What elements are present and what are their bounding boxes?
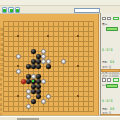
black-stone[interactable] (26, 79, 31, 84)
black-stone[interactable] (36, 79, 41, 84)
black-stone[interactable] (36, 54, 41, 59)
new-game-button-icon (3, 9, 6, 12)
progress-bar (101, 69, 120, 72)
white-stone[interactable] (41, 49, 46, 54)
white-stone[interactable] (31, 74, 36, 79)
go-board[interactable]: 1234567891011121314151617181919181716151… (0, 14, 99, 116)
black-stone[interactable] (36, 89, 41, 94)
white-stone[interactable] (41, 59, 46, 64)
stop-button[interactable] (15, 7, 21, 13)
black-stone[interactable] (36, 59, 41, 64)
star-point (77, 95, 79, 97)
white-stone[interactable] (41, 79, 46, 84)
black-stone[interactable] (31, 84, 36, 89)
mode-box[interactable]: 人机 (113, 78, 119, 81)
engine-title-label: 黑方 (102, 23, 107, 26)
spin-b[interactable]: 15 (107, 78, 112, 81)
black-stone[interactable] (31, 89, 36, 94)
board-grid[interactable] (3, 21, 94, 112)
black-stone[interactable] (31, 59, 36, 64)
black-stone[interactable] (36, 64, 41, 69)
white-stone[interactable] (26, 89, 31, 94)
stop-button-icon (16, 9, 19, 12)
start-button[interactable] (8, 7, 14, 13)
menu-item-1[interactable]: 文件 (1, 0, 19, 6)
white-stone[interactable] (46, 94, 51, 99)
spin-b[interactable]: 15 (107, 17, 112, 20)
white-stone[interactable] (41, 99, 46, 104)
black-stone-red-mark[interactable] (21, 79, 26, 84)
black-stone[interactable] (31, 64, 36, 69)
star-point (17, 35, 19, 37)
engine-section-2: 白方1515人机开始0 : 0 / 0用时0.0深度: 0节点: 0 (101, 74, 120, 116)
black-stone[interactable] (26, 64, 31, 69)
start-engine-button[interactable]: 开始 (106, 84, 118, 88)
spin-a[interactable]: 15 (102, 17, 107, 20)
black-stone[interactable] (36, 94, 41, 99)
spin-a[interactable]: 15 (102, 78, 107, 81)
status-field (17, 118, 39, 120)
black-stone[interactable] (31, 99, 36, 104)
engine-section-1: 黑方1515人机开始0 : 0 / 0用时0.0深度: 0节点: 0胜率: 0.… (101, 14, 120, 73)
star-point (47, 35, 49, 37)
star-point (77, 65, 79, 67)
white-stone[interactable] (46, 59, 51, 64)
white-stone[interactable] (61, 59, 66, 64)
menu-item-3[interactable]: 设置 (37, 0, 55, 6)
white-stone[interactable] (16, 54, 21, 59)
start-engine-button[interactable]: 开始 (106, 27, 118, 31)
white-stone[interactable] (16, 69, 21, 74)
white-stone[interactable] (26, 94, 31, 99)
black-stone-green-mark[interactable] (31, 79, 36, 84)
white-stone[interactable] (41, 54, 46, 59)
star-point (17, 65, 19, 67)
status-bar (0, 116, 120, 120)
menu-item-4[interactable]: 帮助 (55, 0, 73, 6)
new-game-button[interactable] (2, 7, 8, 13)
mode-box[interactable]: 人机 (113, 17, 119, 20)
star-point (17, 95, 19, 97)
engine-panel: 黑方1515人机开始0 : 0 / 0用时0.0深度: 0节点: 0胜率: 0.… (100, 13, 120, 116)
black-stone[interactable] (36, 74, 41, 79)
menu-item-2[interactable]: 对局 (19, 0, 37, 6)
black-stone[interactable] (36, 84, 41, 89)
black-stone[interactable] (26, 74, 31, 79)
star-point (77, 35, 79, 37)
start-button-icon (10, 9, 13, 12)
black-stone[interactable] (31, 49, 36, 54)
path-input[interactable] (74, 8, 100, 13)
white-stone[interactable] (26, 104, 31, 109)
black-stone[interactable] (46, 64, 51, 69)
green-square-mark (32, 80, 34, 82)
